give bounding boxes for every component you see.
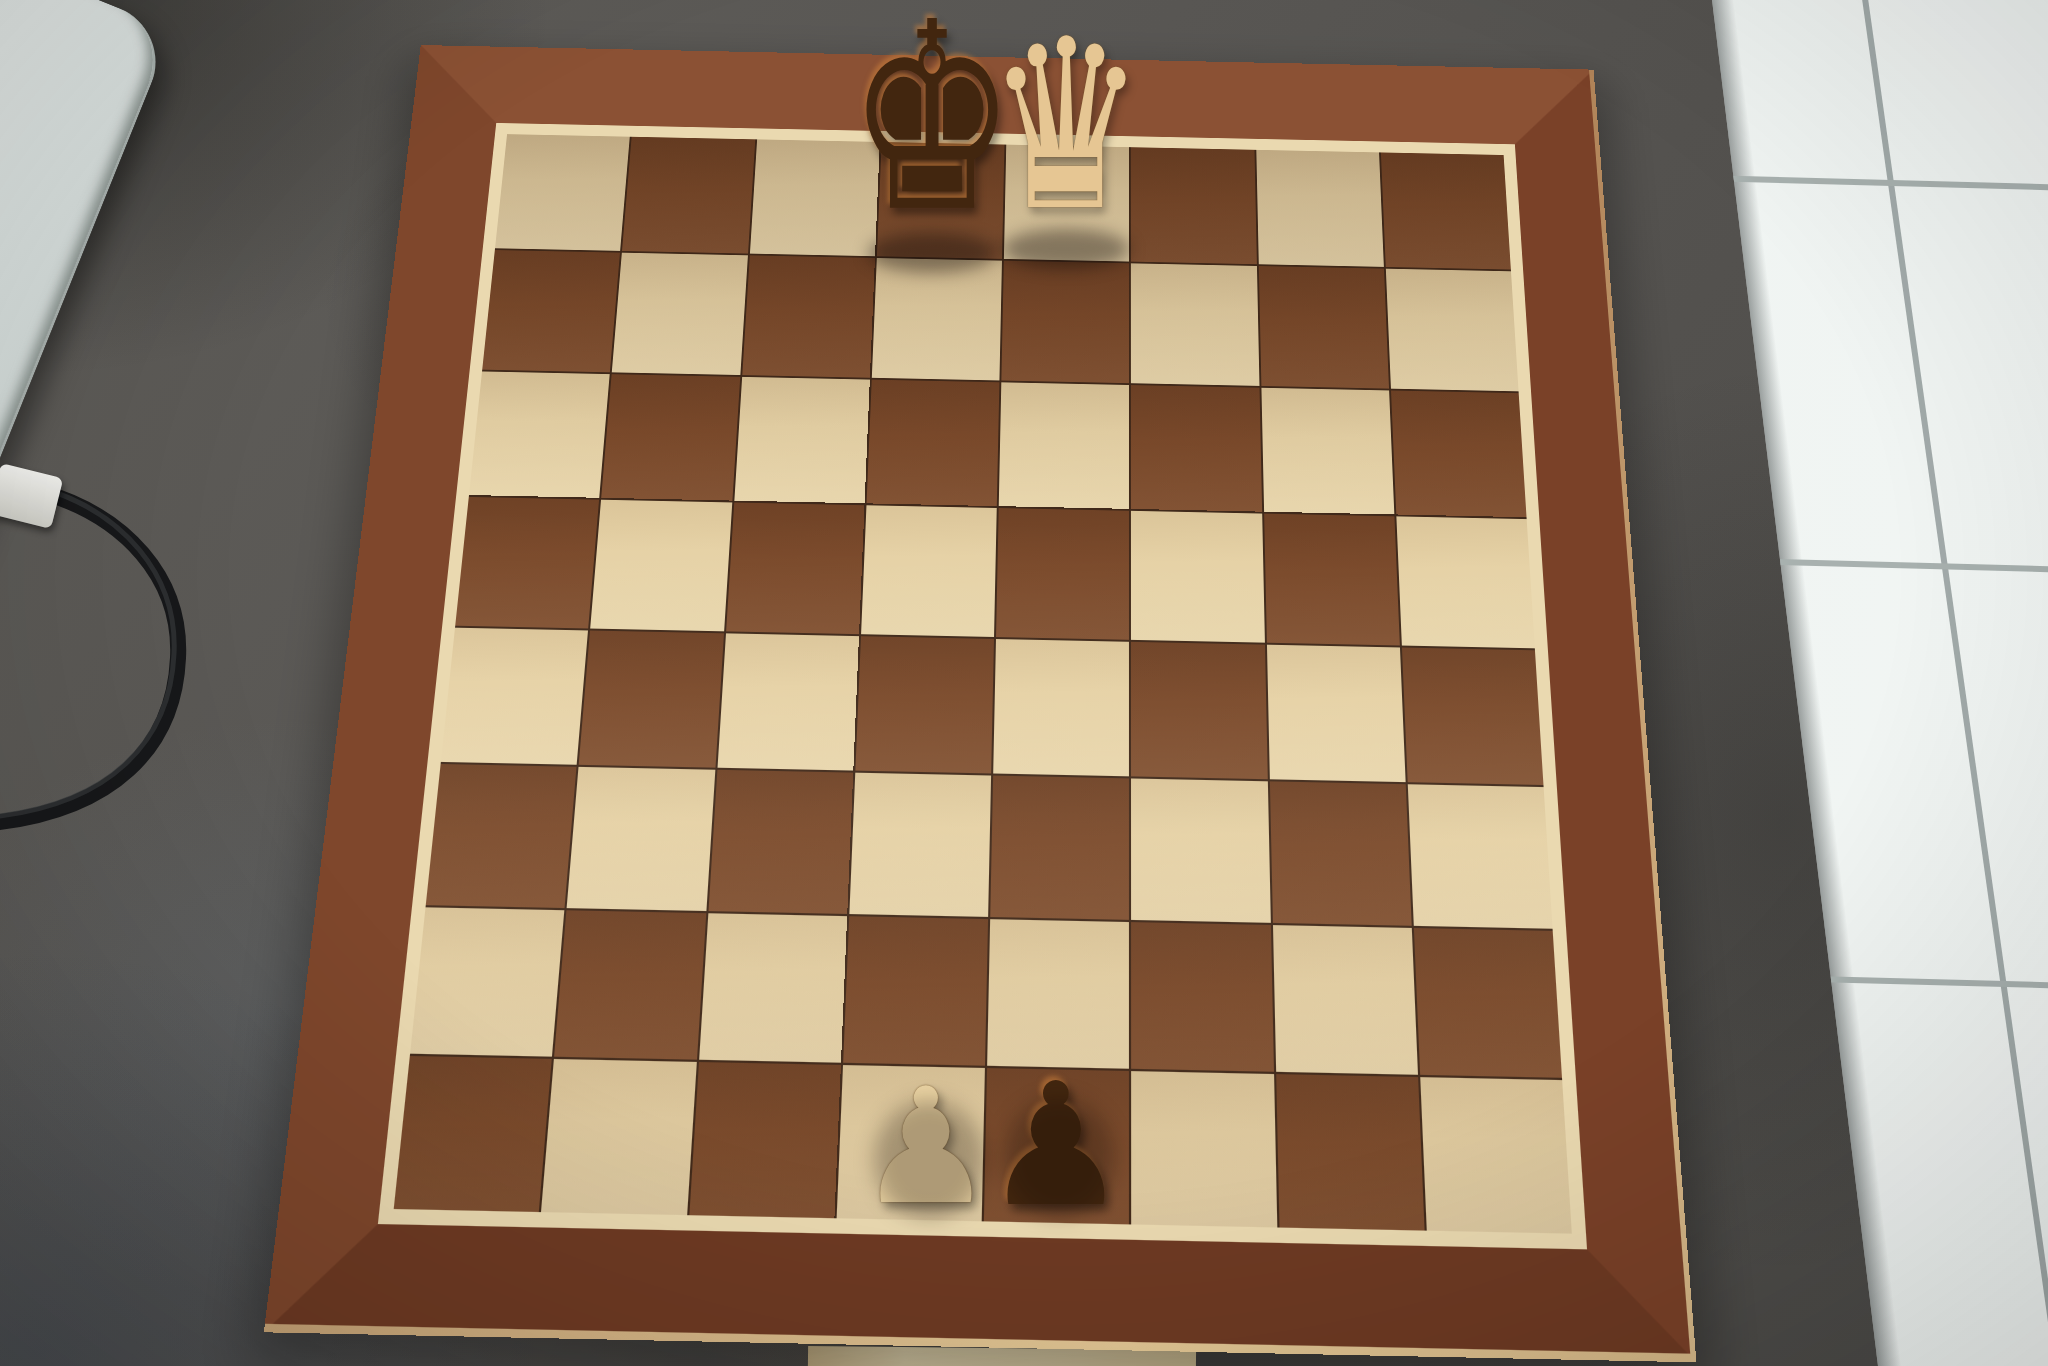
square-h1[interactable] [1420, 1077, 1572, 1234]
square-h6[interactable] [1391, 390, 1527, 517]
square-e5[interactable] [996, 508, 1129, 640]
square-a6[interactable] [469, 371, 610, 498]
square-f5[interactable] [1131, 511, 1264, 643]
square-b1[interactable] [541, 1059, 696, 1215]
square-e6[interactable] [999, 382, 1129, 509]
square-d3[interactable] [849, 773, 991, 916]
square-b8[interactable] [622, 137, 755, 254]
square-c5[interactable] [726, 502, 865, 634]
square-g4[interactable] [1266, 645, 1405, 783]
square-h8[interactable] [1381, 152, 1511, 269]
scene: ♚♛♟♟ [0, 0, 2048, 1366]
square-g2[interactable] [1272, 925, 1417, 1075]
square-c4[interactable] [717, 633, 859, 770]
square-g5[interactable] [1264, 513, 1400, 645]
piece-white-queen-e8[interactable]: ♛ [987, 8, 1145, 243]
square-a7[interactable] [482, 250, 620, 372]
square-g3[interactable] [1269, 782, 1411, 926]
piece-white-pawn-d1[interactable]: ♟ [858, 1067, 994, 1227]
square-a1[interactable] [394, 1056, 552, 1212]
square-g6[interactable] [1261, 387, 1394, 514]
square-h5[interactable] [1396, 516, 1535, 648]
square-h3[interactable] [1408, 784, 1553, 928]
square-a4[interactable] [441, 628, 588, 765]
square-f4[interactable] [1131, 642, 1267, 780]
square-b6[interactable] [601, 374, 739, 501]
square-c2[interactable] [699, 913, 847, 1063]
square-e3[interactable] [990, 776, 1129, 920]
square-d7[interactable] [872, 258, 1002, 380]
square-e7[interactable] [1001, 261, 1129, 383]
square-c1[interactable] [689, 1062, 841, 1219]
piece-black-pawn-e1[interactable]: ♟ [984, 1060, 1129, 1230]
square-c3[interactable] [708, 770, 853, 913]
square-d2[interactable] [843, 916, 988, 1066]
square-d4[interactable] [855, 636, 994, 774]
square-a3[interactable] [426, 764, 577, 907]
square-b5[interactable] [590, 499, 731, 631]
square-f1[interactable] [1131, 1071, 1276, 1228]
square-c6[interactable] [734, 376, 870, 503]
tile-grout-line [1858, 0, 2048, 1366]
square-b4[interactable] [579, 631, 724, 768]
square-b2[interactable] [554, 910, 705, 1060]
square-g1[interactable] [1276, 1074, 1425, 1231]
square-a8[interactable] [495, 134, 630, 251]
square-d6[interactable] [866, 379, 999, 506]
square-f2[interactable] [1131, 922, 1273, 1072]
square-a5[interactable] [455, 497, 599, 629]
square-f6[interactable] [1131, 385, 1262, 512]
square-h4[interactable] [1402, 648, 1544, 786]
square-f7[interactable] [1131, 264, 1259, 386]
square-d5[interactable] [861, 505, 997, 637]
square-e4[interactable] [993, 639, 1129, 777]
square-b3[interactable] [567, 767, 715, 910]
square-h7[interactable] [1386, 269, 1519, 391]
square-f8[interactable] [1131, 147, 1256, 264]
square-b7[interactable] [612, 253, 747, 375]
square-a2[interactable] [410, 907, 565, 1057]
square-f3[interactable] [1131, 779, 1270, 923]
square-g8[interactable] [1256, 150, 1384, 267]
square-c7[interactable] [742, 256, 875, 378]
square-h2[interactable] [1414, 927, 1562, 1077]
square-g7[interactable] [1258, 266, 1388, 388]
